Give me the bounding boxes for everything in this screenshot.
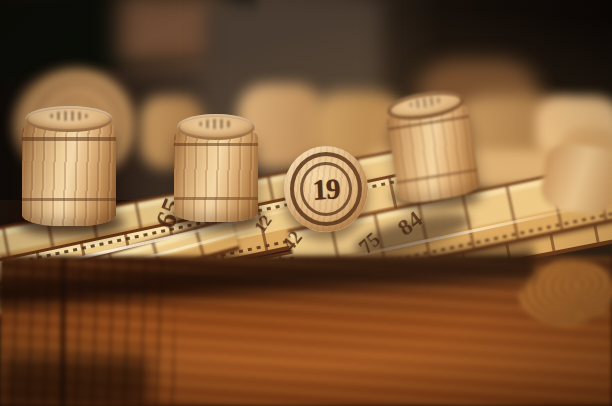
wooden-keg-right-tilted[interactable] [385,98,481,206]
wooden-keg-far-right[interactable] [539,141,612,217]
lotto-photo-scene: 63 65 12 42 84 75 19 [0,0,612,406]
featured-keg-number: 19 [282,144,370,234]
featured-keg-19[interactable]: 19 [284,146,368,232]
bottom-left-shadow [0,356,150,406]
wooden-keg-left[interactable] [22,118,116,226]
wooden-keg-middle[interactable] [174,126,258,222]
